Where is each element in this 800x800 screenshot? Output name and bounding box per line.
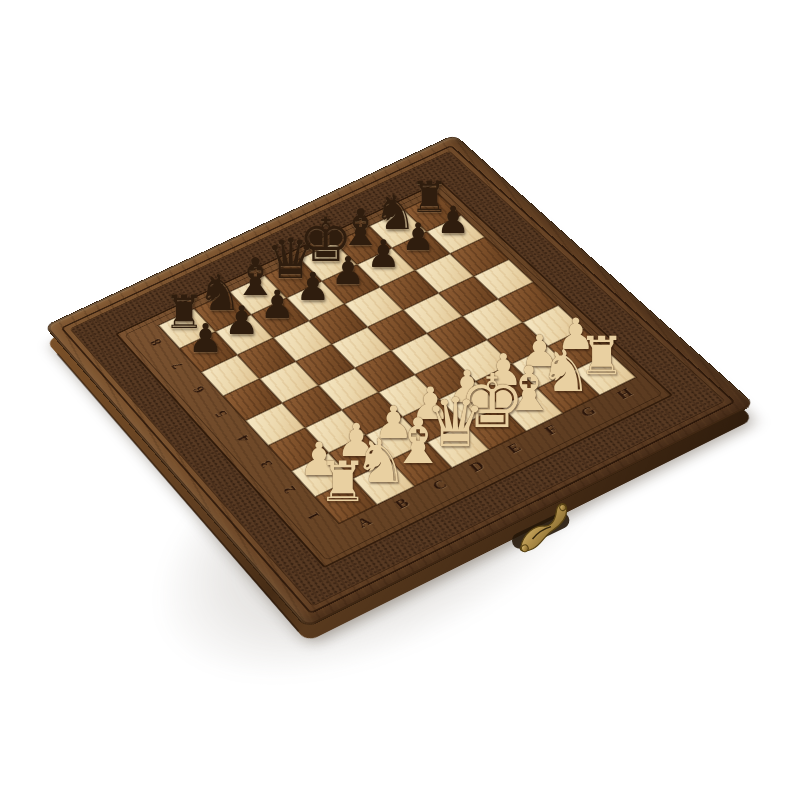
black-pawn-b7[interactable]: ♟ (224, 301, 259, 341)
scene: 87654321 ABCDEFGH ♜♞♝♛♚♝♞♜♟♟♟♟♟♟♟♟♟♟♟♟♟♟… (0, 0, 800, 800)
black-pawn-g7[interactable]: ♟ (401, 219, 435, 257)
pieces-layer: ♜♞♝♛♚♝♞♜♟♟♟♟♟♟♟♟♟♟♟♟♟♟♟♟♜♞♝♛♚♝♞♜ (0, 0, 800, 800)
white-rook-a1[interactable]: ♜ (318, 454, 368, 510)
black-pawn-h7[interactable]: ♟ (436, 203, 470, 241)
black-pawn-f7[interactable]: ♟ (366, 235, 400, 273)
black-pawn-e7[interactable]: ♟ (331, 252, 366, 291)
black-pawn-c7[interactable]: ♟ (260, 285, 295, 324)
black-pawn-d7[interactable]: ♟ (295, 268, 330, 307)
black-pawn-a7[interactable]: ♟ (188, 318, 224, 358)
